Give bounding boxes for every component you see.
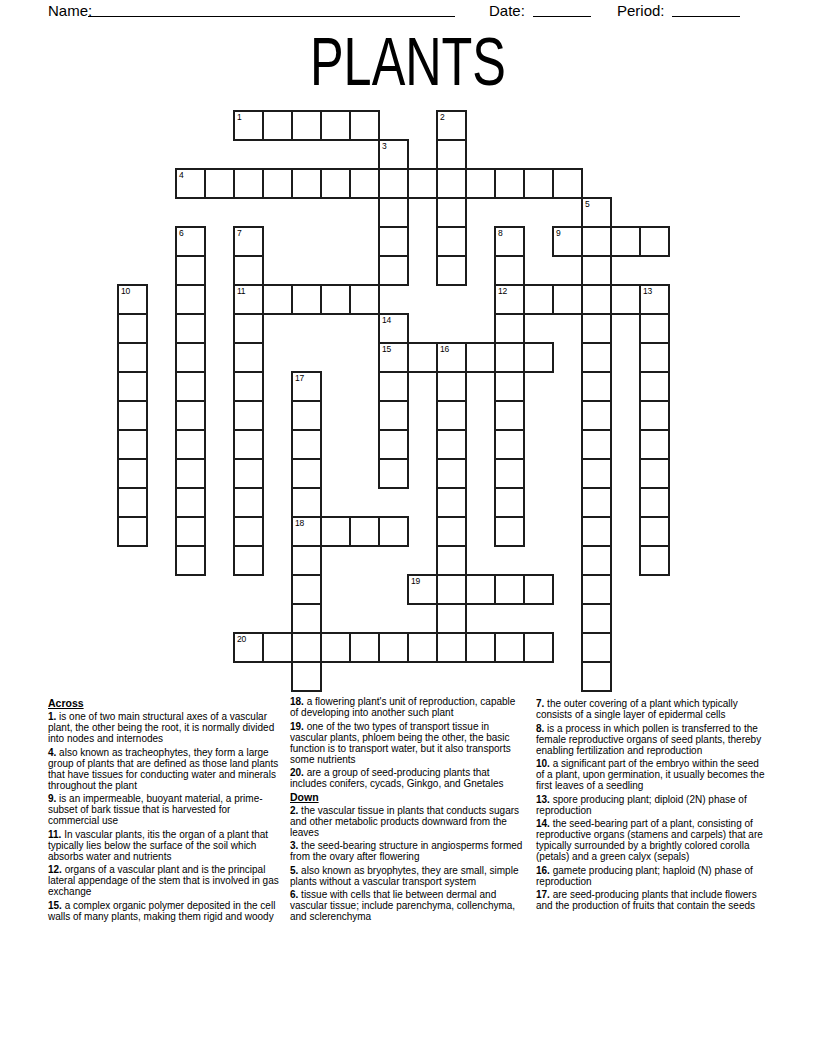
cell-r2-c9[interactable]: [378, 168, 409, 199]
cell-r6-c15[interactable]: [552, 284, 583, 315]
cell-r14-c16[interactable]: [581, 516, 612, 547]
cell-r2-c10[interactable]: [407, 168, 438, 199]
cell-r9-c2[interactable]: [175, 371, 206, 402]
cell-r2-c2[interactable]: 4: [175, 168, 206, 199]
cell-r19-c16[interactable]: [581, 661, 612, 692]
cell-r11-c16[interactable]: [581, 429, 612, 460]
cell-r7-c0[interactable]: [117, 313, 148, 344]
cell-r10-c0[interactable]: [117, 400, 148, 431]
cell-r13-c4[interactable]: [233, 487, 264, 518]
cell-number-8: 8: [498, 228, 502, 238]
cell-r9-c0[interactable]: [117, 371, 148, 402]
clue-number: 17.: [536, 889, 550, 900]
cell-r2-c13[interactable]: [494, 168, 525, 199]
cell-r16-c6[interactable]: [291, 574, 322, 605]
cell-r2-c11[interactable]: [436, 168, 467, 199]
clue-number: 12.: [48, 864, 62, 875]
cell-r18-c10[interactable]: [407, 632, 438, 663]
cell-r12-c16[interactable]: [581, 458, 612, 489]
cell-r4-c15[interactable]: 9: [552, 226, 583, 257]
cell-r10-c6[interactable]: [291, 400, 322, 431]
cell-r6-c6[interactable]: [291, 284, 322, 315]
cell-r2-c4[interactable]: [233, 168, 264, 199]
cell-r12-c4[interactable]: [233, 458, 264, 489]
clue-number: 3.: [290, 840, 298, 851]
cell-r7-c16[interactable]: [581, 313, 612, 344]
cell-r8-c9[interactable]: 15: [378, 342, 409, 373]
cell-r8-c18[interactable]: [639, 342, 670, 373]
cell-r6-c2[interactable]: [175, 284, 206, 315]
clue-across-15: 15. a complex organic polymer deposited …: [48, 900, 284, 922]
cell-r8-c14[interactable]: [523, 342, 554, 373]
cell-r14-c8[interactable]: [349, 516, 380, 547]
cell-r5-c2[interactable]: [175, 255, 206, 286]
clue-across-4: 4. also known as tracheophytes, they for…: [48, 747, 284, 791]
clue-number: 1.: [48, 711, 56, 722]
cell-r0-c11[interactable]: 2: [436, 110, 467, 141]
clue-number: 10.: [536, 758, 550, 769]
cell-number-14: 14: [382, 315, 391, 325]
clue-number: 15.: [48, 900, 62, 911]
cell-r11-c9[interactable]: [378, 429, 409, 460]
cell-r16-c14[interactable]: [523, 574, 554, 605]
cell-r15-c11[interactable]: [436, 545, 467, 576]
cell-r7-c18[interactable]: [639, 313, 670, 344]
cell-r2-c15[interactable]: [552, 168, 583, 199]
cell-r13-c18[interactable]: [639, 487, 670, 518]
clue-number: 8.: [536, 723, 544, 734]
cell-number-2: 2: [440, 112, 444, 122]
cell-r14-c7[interactable]: [320, 516, 351, 547]
cell-r18-c13[interactable]: [494, 632, 525, 663]
clue-number: 7.: [536, 698, 544, 709]
cell-r9-c16[interactable]: [581, 371, 612, 402]
clue-number: 16.: [536, 865, 550, 876]
cell-number-16: 16: [440, 344, 449, 354]
cell-r15-c6[interactable]: [291, 545, 322, 576]
cell-r10-c11[interactable]: [436, 400, 467, 431]
cell-r7-c4[interactable]: [233, 313, 264, 344]
cell-r18-c7[interactable]: [320, 632, 351, 663]
cell-r17-c16[interactable]: [581, 603, 612, 634]
cell-r7-c9[interactable]: 14: [378, 313, 409, 344]
cell-r13-c13[interactable]: [494, 487, 525, 518]
cell-r12-c18[interactable]: [639, 458, 670, 489]
cell-number-15: 15: [382, 344, 391, 354]
clue-across-1: 1. is one of two main structural axes of…: [48, 711, 284, 744]
cell-r4-c13[interactable]: 8: [494, 226, 525, 257]
clue-number: 14.: [536, 818, 550, 829]
cell-r16-c13[interactable]: [494, 574, 525, 605]
cell-r4-c4[interactable]: 7: [233, 226, 264, 257]
cell-r4-c16[interactable]: [581, 226, 612, 257]
cell-r5-c4[interactable]: [233, 255, 264, 286]
clue-down-5: 5. also known as bryophytes, they are sm…: [290, 865, 524, 887]
cell-r18-c14[interactable]: [523, 632, 554, 663]
cell-r4-c11[interactable]: [436, 226, 467, 257]
clue-down-2: 2. the vascular tissue in plants that co…: [290, 805, 524, 838]
cell-r16-c16[interactable]: [581, 574, 612, 605]
cell-r6-c18[interactable]: 13: [639, 284, 670, 315]
cell-r13-c2[interactable]: [175, 487, 206, 518]
cell-r18-c6[interactable]: [291, 632, 322, 663]
cell-r11-c6[interactable]: [291, 429, 322, 460]
cell-r18-c11[interactable]: [436, 632, 467, 663]
cell-r18-c8[interactable]: [349, 632, 380, 663]
clue-number: 18.: [290, 696, 304, 707]
cell-r0-c7[interactable]: [320, 110, 351, 141]
clue-number: 11.: [48, 829, 61, 840]
worksheet-page: Name: Date: Period: PLANTS 1234567891011…: [0, 0, 816, 1056]
clue-down-13: 13. spore producing plant; diploid (2N) …: [536, 794, 767, 816]
clue-number: 2.: [290, 805, 298, 816]
cell-r12-c9[interactable]: [378, 458, 409, 489]
cell-r2-c3[interactable]: [204, 168, 235, 199]
cell-number-13: 13: [643, 286, 652, 296]
cell-r12-c0[interactable]: [117, 458, 148, 489]
clue-number: 19.: [290, 721, 304, 732]
cell-r16-c12[interactable]: [465, 574, 496, 605]
cell-r5-c11[interactable]: [436, 255, 467, 286]
cell-r12-c2[interactable]: [175, 458, 206, 489]
cell-number-18: 18: [295, 518, 304, 528]
cell-r2-c8[interactable]: [349, 168, 380, 199]
cell-r17-c6[interactable]: [291, 603, 322, 634]
clue-down-8: 8. is a process in which pollen is trans…: [536, 723, 767, 756]
crossword-grid: 1234567891011121314151617181920: [0, 0, 816, 720]
cell-r11-c13[interactable]: [494, 429, 525, 460]
clue-number: 20.: [290, 767, 304, 778]
cell-number-17: 17: [295, 373, 304, 383]
cell-r5-c13[interactable]: [494, 255, 525, 286]
cell-r9-c6[interactable]: 17: [291, 371, 322, 402]
down-header: Down: [290, 792, 524, 803]
cell-number-4: 4: [179, 170, 183, 180]
cell-r6-c16[interactable]: [581, 284, 612, 315]
cell-r18-c4[interactable]: 20: [233, 632, 264, 663]
cell-r14-c13[interactable]: [494, 516, 525, 547]
cell-r10-c9[interactable]: [378, 400, 409, 431]
cell-r6-c17[interactable]: [610, 284, 641, 315]
cell-number-10: 10: [121, 286, 130, 296]
cell-r9-c9[interactable]: [378, 371, 409, 402]
cell-r9-c13[interactable]: [494, 371, 525, 402]
cell-r2-c7[interactable]: [320, 168, 351, 199]
cell-r2-c6[interactable]: [291, 168, 322, 199]
clue-down-6: 6. tissue with cells that lie between de…: [290, 889, 524, 922]
cell-r10-c4[interactable]: [233, 400, 264, 431]
cell-r5-c9[interactable]: [378, 255, 409, 286]
cell-number-3: 3: [382, 141, 386, 151]
cell-r10-c13[interactable]: [494, 400, 525, 431]
cell-r14-c18[interactable]: [639, 516, 670, 547]
cell-r1-c9[interactable]: 3: [378, 139, 409, 170]
cell-number-7: 7: [237, 228, 241, 238]
cell-r1-c11[interactable]: [436, 139, 467, 170]
clue-down-14: 14. the seed-bearing part of a plant, co…: [536, 818, 767, 862]
cell-r11-c18[interactable]: [639, 429, 670, 460]
cell-r2-c5[interactable]: [262, 168, 293, 199]
cell-r14-c9[interactable]: [378, 516, 409, 547]
cell-r8-c2[interactable]: [175, 342, 206, 373]
cell-r4-c9[interactable]: [378, 226, 409, 257]
cell-r9-c11[interactable]: [436, 371, 467, 402]
clue-across-12: 12. organs of a vascular plant and is th…: [48, 864, 284, 897]
cell-r18-c16[interactable]: [581, 632, 612, 663]
cell-r15-c4[interactable]: [233, 545, 264, 576]
cell-r8-c13[interactable]: [494, 342, 525, 373]
cell-r13-c0[interactable]: [117, 487, 148, 518]
clues-column-3: 7. the outer covering of a plant which t…: [536, 698, 767, 914]
clue-down-17: 17. are seed-producing plants that inclu…: [536, 889, 767, 911]
cell-r9-c4[interactable]: [233, 371, 264, 402]
cell-r12-c11[interactable]: [436, 458, 467, 489]
cell-r14-c6[interactable]: 18: [291, 516, 322, 547]
cell-r6-c4[interactable]: 11: [233, 284, 264, 315]
cell-r8-c16[interactable]: [581, 342, 612, 373]
cell-number-20: 20: [237, 634, 246, 644]
cell-r9-c18[interactable]: [639, 371, 670, 402]
clue-number: 5.: [290, 865, 298, 876]
cell-r3-c16[interactable]: 5: [581, 197, 612, 228]
cell-r8-c4[interactable]: [233, 342, 264, 373]
cell-r10-c16[interactable]: [581, 400, 612, 431]
cell-r0-c8[interactable]: [349, 110, 380, 141]
cell-number-6: 6: [179, 228, 183, 238]
cell-r6-c0[interactable]: 10: [117, 284, 148, 315]
cell-number-9: 9: [556, 228, 560, 238]
cell-r4-c17[interactable]: [610, 226, 641, 257]
across-header: Across: [48, 698, 284, 709]
clue-across-11: 11. In vascular plants, itis the organ o…: [48, 829, 284, 862]
cell-r4-c2[interactable]: 6: [175, 226, 206, 257]
cell-r3-c11[interactable]: [436, 197, 467, 228]
cell-number-19: 19: [411, 576, 420, 586]
cell-r18-c5[interactable]: [262, 632, 293, 663]
cell-r4-c18[interactable]: [639, 226, 670, 257]
clue-number: 13.: [536, 794, 550, 805]
clues-column-2: 18. a flowering plant's unit of reproduc…: [290, 696, 524, 925]
clue-across-18: 18. a flowering plant's unit of reproduc…: [290, 696, 524, 718]
cell-number-11: 11: [237, 286, 245, 296]
cell-r14-c11[interactable]: [436, 516, 467, 547]
cell-r11-c2[interactable]: [175, 429, 206, 460]
cell-r10-c18[interactable]: [639, 400, 670, 431]
clue-down-16: 16. gamete producing plant; haploid (N) …: [536, 865, 767, 887]
cell-r19-c6[interactable]: [291, 661, 322, 692]
cell-r6-c13[interactable]: 12: [494, 284, 525, 315]
cell-number-5: 5: [585, 199, 589, 209]
cell-r2-c14[interactable]: [523, 168, 554, 199]
cell-r15-c18[interactable]: [639, 545, 670, 576]
cell-r0-c6[interactable]: [291, 110, 322, 141]
cell-r13-c6[interactable]: [291, 487, 322, 518]
cell-r15-c16[interactable]: [581, 545, 612, 576]
cell-r11-c0[interactable]: [117, 429, 148, 460]
cell-r10-c2[interactable]: [175, 400, 206, 431]
cell-r16-c11[interactable]: [436, 574, 467, 605]
cell-r15-c2[interactable]: [175, 545, 206, 576]
cell-r11-c4[interactable]: [233, 429, 264, 460]
cell-r13-c16[interactable]: [581, 487, 612, 518]
cell-r7-c13[interactable]: [494, 313, 525, 344]
cell-r0-c4[interactable]: 1: [233, 110, 264, 141]
cell-r7-c2[interactable]: [175, 313, 206, 344]
cell-r8-c0[interactable]: [117, 342, 148, 373]
clue-across-9: 9. is an impermeable, buoyant material, …: [48, 793, 284, 826]
clue-down-7: 7. the outer covering of a plant which t…: [536, 698, 767, 720]
clue-across-19: 19. one of the two types of transport ti…: [290, 721, 524, 765]
cell-r8-c11[interactable]: 16: [436, 342, 467, 373]
cell-r8-c12[interactable]: [465, 342, 496, 373]
clue-number: 6.: [290, 889, 298, 900]
cell-r12-c13[interactable]: [494, 458, 525, 489]
cell-r14-c4[interactable]: [233, 516, 264, 547]
cell-r18-c9[interactable]: [378, 632, 409, 663]
cell-r14-c0[interactable]: [117, 516, 148, 547]
cell-r11-c11[interactable]: [436, 429, 467, 460]
cell-r13-c11[interactable]: [436, 487, 467, 518]
cell-r6-c8[interactable]: [349, 284, 380, 315]
cell-r0-c5[interactable]: [262, 110, 293, 141]
cell-r6-c5[interactable]: [262, 284, 293, 315]
cell-r3-c9[interactable]: [378, 197, 409, 228]
cell-r6-c14[interactable]: [523, 284, 554, 315]
clue-number: 9.: [48, 793, 56, 804]
cell-number-12: 12: [498, 286, 507, 296]
clue-down-3: 3. the seed-bearing structure in angiosp…: [290, 840, 524, 862]
cell-r6-c7[interactable]: [320, 284, 351, 315]
cell-r17-c11[interactable]: [436, 603, 467, 634]
cell-r2-c12[interactable]: [465, 168, 496, 199]
cell-r14-c2[interactable]: [175, 516, 206, 547]
cell-r5-c16[interactable]: [581, 255, 612, 286]
cell-r12-c6[interactable]: [291, 458, 322, 489]
clues-column-1: Across1. is one of two main structural a…: [48, 698, 284, 924]
cell-number-1: 1: [237, 112, 241, 122]
clue-across-20: 20. are a group of seed-producing plants…: [290, 767, 524, 789]
clue-down-10: 10. a significant part of the embryo wit…: [536, 758, 767, 791]
cell-r16-c10[interactable]: 19: [407, 574, 438, 605]
cell-r18-c12[interactable]: [465, 632, 496, 663]
cell-r8-c10[interactable]: [407, 342, 438, 373]
clue-number: 4.: [48, 747, 56, 758]
